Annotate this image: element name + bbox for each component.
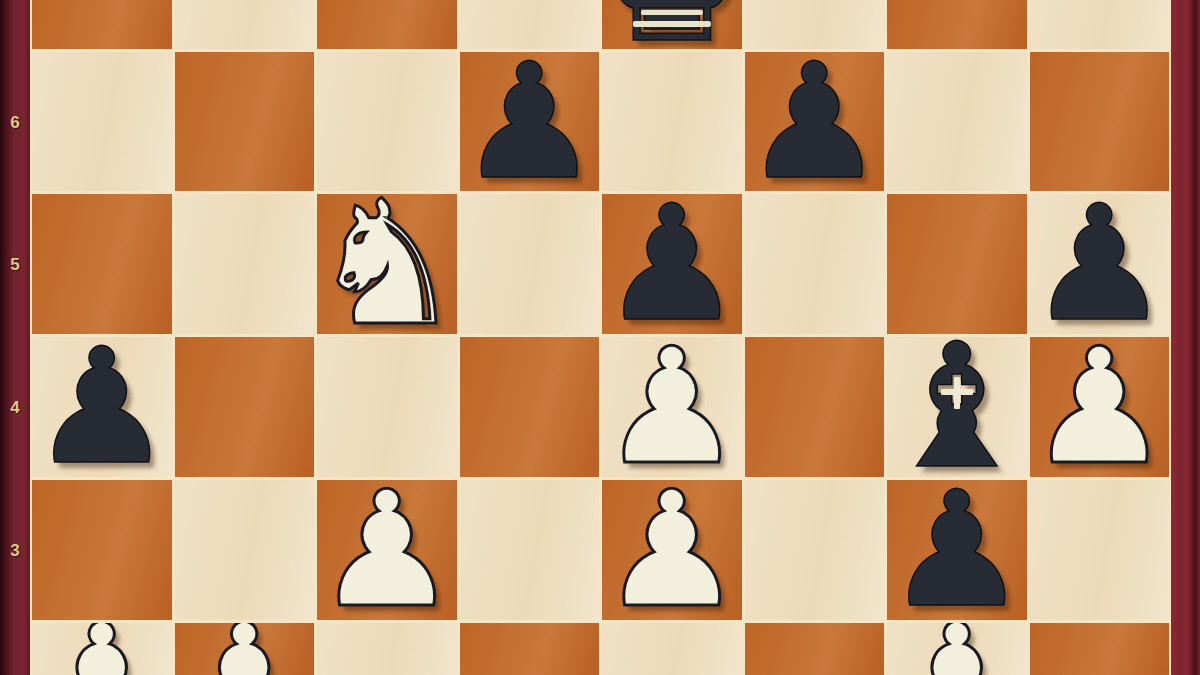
board-frame-left <box>0 0 30 675</box>
square-f4[interactable] <box>745 337 885 477</box>
white-pawn[interactable]: ♟ <box>32 623 172 675</box>
square-f6[interactable]: ♟ <box>745 52 885 191</box>
white-pawn[interactable]: ♟ <box>602 480 742 620</box>
square-g4[interactable]: ♝ <box>887 337 1027 477</box>
square-b7[interactable] <box>175 0 315 49</box>
black-pawn[interactable]: ♟ <box>1030 194 1170 334</box>
white-pawn[interactable]: ♟ <box>1030 337 1170 477</box>
white-pawn[interactable]: ♟ <box>887 623 1027 675</box>
square-h5[interactable]: ♟ <box>1030 194 1170 334</box>
square-d6[interactable]: ♟ <box>460 52 600 191</box>
square-d4[interactable] <box>460 337 600 477</box>
square-e7[interactable]: ♚ <box>602 0 742 49</box>
square-f2[interactable] <box>745 623 885 675</box>
square-b2[interactable]: ♟ <box>175 623 315 675</box>
square-e5[interactable]: ♟ <box>602 194 742 334</box>
square-h7[interactable] <box>1030 0 1170 49</box>
black-pawn[interactable]: ♟ <box>887 480 1027 620</box>
square-h4[interactable]: ♟ <box>1030 337 1170 477</box>
square-e3[interactable]: ♟ <box>602 480 742 620</box>
square-g6[interactable] <box>887 52 1027 191</box>
rank-label-4: 4 <box>0 398 30 418</box>
black-pawn[interactable]: ♟ <box>32 337 172 477</box>
square-a2[interactable]: ♟ <box>32 623 172 675</box>
rank-label-6: 6 <box>0 113 30 133</box>
white-knight[interactable]: ♞ <box>317 194 457 334</box>
square-g5[interactable] <box>887 194 1027 334</box>
rank-label-3: 3 <box>0 541 30 561</box>
square-f7[interactable] <box>745 0 885 49</box>
black-pawn[interactable]: ♟ <box>460 52 600 191</box>
square-d7[interactable] <box>460 0 600 49</box>
board-frame-right <box>1171 0 1200 675</box>
square-d5[interactable] <box>460 194 600 334</box>
square-c7[interactable] <box>317 0 457 49</box>
square-b4[interactable] <box>175 337 315 477</box>
square-b6[interactable] <box>175 52 315 191</box>
square-d3[interactable] <box>460 480 600 620</box>
square-d2[interactable] <box>460 623 600 675</box>
square-c2[interactable] <box>317 623 457 675</box>
white-pawn[interactable]: ♟ <box>317 480 457 620</box>
square-g7[interactable] <box>887 0 1027 49</box>
square-e2[interactable] <box>602 623 742 675</box>
square-a6[interactable] <box>32 52 172 191</box>
square-a7[interactable] <box>32 0 172 49</box>
board: ♚♟♟♞♟♟♟♟♝♟♟♟♟♟♟♟ <box>30 0 1171 675</box>
black-pawn[interactable]: ♟ <box>745 52 885 191</box>
square-a5[interactable] <box>32 194 172 334</box>
square-b3[interactable] <box>175 480 315 620</box>
square-c5[interactable]: ♞ <box>317 194 457 334</box>
square-f5[interactable] <box>745 194 885 334</box>
square-a4[interactable]: ♟ <box>32 337 172 477</box>
white-pawn[interactable]: ♟ <box>175 623 315 675</box>
square-b5[interactable] <box>175 194 315 334</box>
black-pawn[interactable]: ♟ <box>602 194 742 334</box>
square-c3[interactable]: ♟ <box>317 480 457 620</box>
square-c4[interactable] <box>317 337 457 477</box>
square-e4[interactable]: ♟ <box>602 337 742 477</box>
square-h6[interactable] <box>1030 52 1170 191</box>
square-a3[interactable] <box>32 480 172 620</box>
square-g2[interactable]: ♟ <box>887 623 1027 675</box>
white-pawn[interactable]: ♟ <box>602 337 742 477</box>
square-c6[interactable] <box>317 52 457 191</box>
square-f3[interactable] <box>745 480 885 620</box>
rank-label-5: 5 <box>0 255 30 275</box>
square-g3[interactable]: ♟ <box>887 480 1027 620</box>
black-king[interactable]: ♚ <box>602 0 742 49</box>
chess-diagram: ♚♟♟♞♟♟♟♟♝♟♟♟♟♟♟♟ 6543 <box>0 0 1200 675</box>
black-bishop[interactable]: ♝ <box>887 337 1027 477</box>
square-h2[interactable] <box>1030 623 1170 675</box>
square-e6[interactable] <box>602 52 742 191</box>
square-h3[interactable] <box>1030 480 1170 620</box>
